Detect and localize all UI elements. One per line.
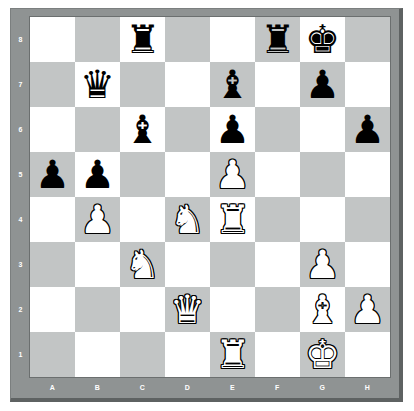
piece-black-rook[interactable]: ♜ (125, 17, 160, 62)
square-d7[interactable] (165, 62, 210, 107)
square-d4[interactable]: ♞ (165, 197, 210, 242)
file-label-d: D (165, 377, 210, 398)
square-e2[interactable] (210, 287, 255, 332)
square-f8[interactable]: ♜ (255, 17, 300, 62)
square-h5[interactable] (345, 152, 390, 197)
square-a1[interactable] (30, 332, 75, 377)
square-e6[interactable]: ♟ (210, 107, 255, 152)
square-b5[interactable]: ♟ (75, 152, 120, 197)
square-b1[interactable] (75, 332, 120, 377)
square-h3[interactable] (345, 242, 390, 287)
square-f4[interactable] (255, 197, 300, 242)
square-c2[interactable] (120, 287, 165, 332)
square-d3[interactable] (165, 242, 210, 287)
rank-labels: 87654321 (11, 17, 30, 377)
square-d6[interactable] (165, 107, 210, 152)
piece-black-king[interactable]: ♚ (305, 17, 340, 62)
square-f2[interactable] (255, 287, 300, 332)
piece-white-bishop[interactable]: ♝ (305, 287, 340, 332)
rank-label-5: 5 (11, 152, 30, 197)
square-b8[interactable] (75, 17, 120, 62)
square-a6[interactable] (30, 107, 75, 152)
file-label-g: G (300, 377, 345, 398)
piece-black-pawn[interactable]: ♟ (350, 107, 385, 152)
square-d5[interactable] (165, 152, 210, 197)
piece-black-pawn[interactable]: ♟ (80, 152, 115, 197)
square-e7[interactable]: ♝ (210, 62, 255, 107)
square-h6[interactable]: ♟ (345, 107, 390, 152)
square-h4[interactable] (345, 197, 390, 242)
square-a7[interactable] (30, 62, 75, 107)
square-g5[interactable] (300, 152, 345, 197)
piece-white-king[interactable]: ♚ (305, 332, 340, 377)
square-g4[interactable] (300, 197, 345, 242)
square-e3[interactable] (210, 242, 255, 287)
rank-label-6: 6 (11, 107, 30, 152)
piece-white-pawn[interactable]: ♟ (215, 152, 250, 197)
piece-black-bishop[interactable]: ♝ (215, 62, 250, 107)
board: ♜♜♚♛♝♟♝♟♟♟♟♟♟♞♜♞♟♛♝♟♜♚ (30, 17, 390, 377)
square-g6[interactable] (300, 107, 345, 152)
square-e5[interactable]: ♟ (210, 152, 255, 197)
square-e1[interactable]: ♜ (210, 332, 255, 377)
square-f1[interactable] (255, 332, 300, 377)
square-g1[interactable]: ♚ (300, 332, 345, 377)
rank-label-2: 2 (11, 287, 30, 332)
piece-black-queen[interactable]: ♛ (80, 62, 115, 107)
square-h2[interactable]: ♟ (345, 287, 390, 332)
piece-black-pawn[interactable]: ♟ (35, 152, 70, 197)
square-d8[interactable] (165, 17, 210, 62)
square-b2[interactable] (75, 287, 120, 332)
square-b7[interactable]: ♛ (75, 62, 120, 107)
square-f7[interactable] (255, 62, 300, 107)
piece-black-bishop[interactable]: ♝ (125, 107, 160, 152)
square-a2[interactable] (30, 287, 75, 332)
square-f6[interactable] (255, 107, 300, 152)
rank-label-7: 7 (11, 62, 30, 107)
file-label-a: A (30, 377, 75, 398)
square-d1[interactable] (165, 332, 210, 377)
rank-label-4: 4 (11, 197, 30, 242)
piece-white-queen[interactable]: ♛ (170, 287, 205, 332)
square-a3[interactable] (30, 242, 75, 287)
square-g2[interactable]: ♝ (300, 287, 345, 332)
piece-white-rook[interactable]: ♜ (215, 197, 250, 242)
square-d2[interactable]: ♛ (165, 287, 210, 332)
square-a8[interactable] (30, 17, 75, 62)
square-b6[interactable] (75, 107, 120, 152)
file-label-h: H (345, 377, 390, 398)
square-c8[interactable]: ♜ (120, 17, 165, 62)
piece-white-pawn[interactable]: ♟ (305, 242, 340, 287)
square-b4[interactable]: ♟ (75, 197, 120, 242)
square-h8[interactable] (345, 17, 390, 62)
piece-white-knight[interactable]: ♞ (125, 242, 160, 287)
square-g7[interactable]: ♟ (300, 62, 345, 107)
piece-white-rook[interactable]: ♜ (215, 332, 250, 377)
square-e4[interactable]: ♜ (210, 197, 255, 242)
square-a4[interactable] (30, 197, 75, 242)
file-label-e: E (210, 377, 255, 398)
piece-black-pawn[interactable]: ♟ (215, 107, 250, 152)
square-c5[interactable] (120, 152, 165, 197)
piece-white-knight[interactable]: ♞ (170, 197, 205, 242)
piece-black-rook[interactable]: ♜ (260, 17, 295, 62)
piece-white-pawn[interactable]: ♟ (80, 197, 115, 242)
square-g3[interactable]: ♟ (300, 242, 345, 287)
file-labels: ABCDEFGH (30, 377, 390, 398)
square-g8[interactable]: ♚ (300, 17, 345, 62)
square-e8[interactable] (210, 17, 255, 62)
square-f5[interactable] (255, 152, 300, 197)
file-label-f: F (255, 377, 300, 398)
rank-label-1: 1 (11, 332, 30, 377)
square-h7[interactable] (345, 62, 390, 107)
square-c1[interactable] (120, 332, 165, 377)
square-c3[interactable]: ♞ (120, 242, 165, 287)
board-frame: 87654321 ♜♜♚♛♝♟♝♟♟♟♟♟♟♞♜♞♟♛♝♟♜♚ ABCDEFGH (10, 8, 403, 402)
square-h1[interactable] (345, 332, 390, 377)
square-b3[interactable] (75, 242, 120, 287)
rank-label-3: 3 (11, 242, 30, 287)
chess-diagram: 87654321 ♜♜♚♛♝♟♝♟♟♟♟♟♟♞♜♞♟♛♝♟♜♚ ABCDEFGH (0, 0, 414, 411)
square-c4[interactable] (120, 197, 165, 242)
piece-black-pawn[interactable]: ♟ (305, 62, 340, 107)
square-f3[interactable] (255, 242, 300, 287)
square-c7[interactable] (120, 62, 165, 107)
square-c6[interactable]: ♝ (120, 107, 165, 152)
file-label-b: B (75, 377, 120, 398)
piece-white-pawn[interactable]: ♟ (350, 287, 385, 332)
square-a5[interactable]: ♟ (30, 152, 75, 197)
rank-label-8: 8 (11, 17, 30, 62)
file-label-c: C (120, 377, 165, 398)
